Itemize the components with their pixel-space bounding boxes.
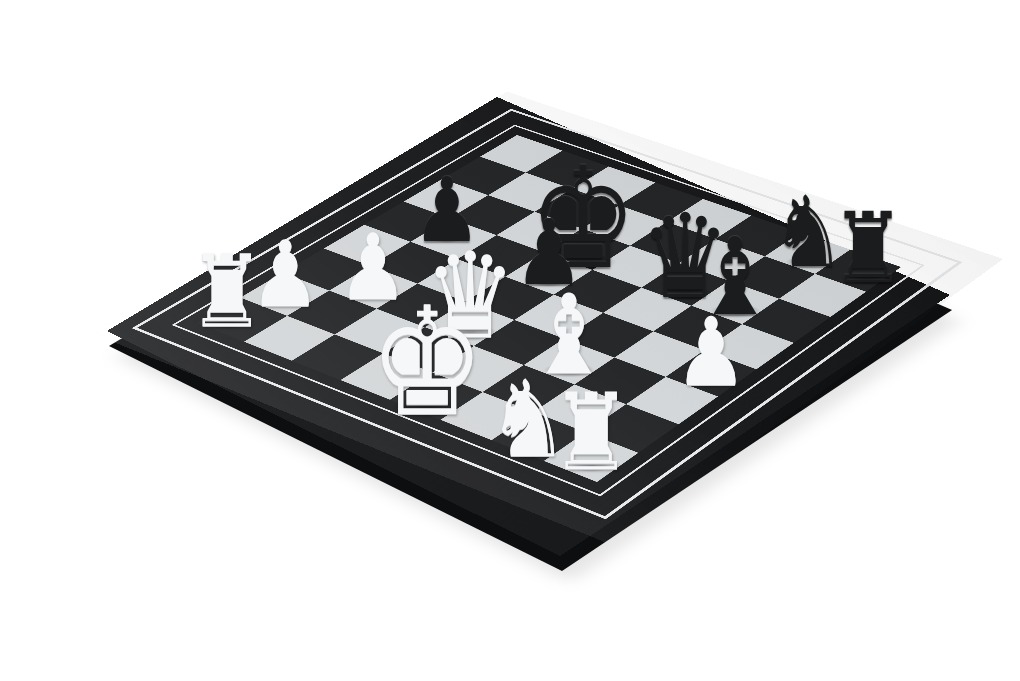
white-king-glyph: ♚ — [370, 287, 486, 437]
piece-white-rook-h1[interactable]: ♜ — [544, 380, 639, 486]
white-rook-glyph: ♜ — [550, 380, 632, 486]
piece-white-pawn-h4[interactable]: ♟ — [669, 305, 754, 400]
piece-black-rook-h8[interactable]: ♜ — [824, 200, 911, 297]
white-pawn-glyph: ♟ — [675, 305, 748, 400]
piece-white-king-e1[interactable]: ♚ — [360, 287, 495, 437]
white-rook-glyph: ♜ — [189, 243, 266, 343]
chess-photo-scene: ♟♞♚♜♟♛♟♟♝♜♛♝♟♚♞♜ — [0, 0, 1020, 681]
black-rook-glyph: ♜ — [831, 200, 906, 297]
piece-white-rook-a1[interactable]: ♜ — [182, 243, 271, 343]
